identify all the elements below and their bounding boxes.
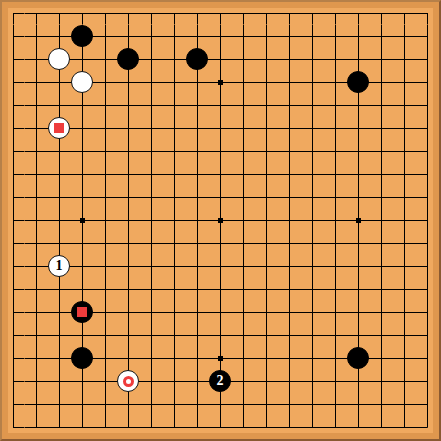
point-J15[interactable] xyxy=(186,94,209,117)
point-P7[interactable] xyxy=(324,278,347,301)
point-C2[interactable] xyxy=(48,393,71,416)
point-D12[interactable] xyxy=(71,163,94,186)
point-L10[interactable] xyxy=(232,209,255,232)
point-R8[interactable] xyxy=(370,255,393,278)
point-O8[interactable] xyxy=(301,255,324,278)
point-J14[interactable] xyxy=(186,117,209,140)
point-N9[interactable] xyxy=(278,232,301,255)
point-J6[interactable] xyxy=(186,301,209,324)
point-E8[interactable] xyxy=(94,255,117,278)
point-T7[interactable] xyxy=(416,278,439,301)
point-L1[interactable] xyxy=(232,416,255,439)
point-L9[interactable] xyxy=(232,232,255,255)
point-D16[interactable] xyxy=(71,71,94,94)
point-E4[interactable] xyxy=(94,347,117,370)
point-T11[interactable] xyxy=(416,186,439,209)
point-B4[interactable] xyxy=(25,347,48,370)
point-B2[interactable] xyxy=(25,393,48,416)
point-P1[interactable] xyxy=(324,416,347,439)
point-F16[interactable] xyxy=(117,71,140,94)
point-H12[interactable] xyxy=(163,163,186,186)
point-A14[interactable] xyxy=(2,117,25,140)
point-N15[interactable] xyxy=(278,94,301,117)
point-E19[interactable] xyxy=(94,2,117,25)
point-Q4[interactable] xyxy=(347,347,370,370)
point-O14[interactable] xyxy=(301,117,324,140)
point-P4[interactable] xyxy=(324,347,347,370)
point-T14[interactable] xyxy=(416,117,439,140)
point-M4[interactable] xyxy=(255,347,278,370)
point-Q16[interactable] xyxy=(347,71,370,94)
point-N2[interactable] xyxy=(278,393,301,416)
point-A7[interactable] xyxy=(2,278,25,301)
point-E3[interactable] xyxy=(94,370,117,393)
point-T5[interactable] xyxy=(416,324,439,347)
point-B17[interactable] xyxy=(25,48,48,71)
point-D17[interactable] xyxy=(71,48,94,71)
point-A18[interactable] xyxy=(2,25,25,48)
point-Q11[interactable] xyxy=(347,186,370,209)
point-J5[interactable] xyxy=(186,324,209,347)
point-B11[interactable] xyxy=(25,186,48,209)
point-S6[interactable] xyxy=(393,301,416,324)
point-F10[interactable] xyxy=(117,209,140,232)
point-G1[interactable] xyxy=(140,416,163,439)
point-C14[interactable] xyxy=(48,117,71,140)
point-M10[interactable] xyxy=(255,209,278,232)
point-F17[interactable] xyxy=(117,48,140,71)
point-P3[interactable] xyxy=(324,370,347,393)
point-R12[interactable] xyxy=(370,163,393,186)
point-P9[interactable] xyxy=(324,232,347,255)
point-R9[interactable] xyxy=(370,232,393,255)
point-S15[interactable] xyxy=(393,94,416,117)
point-C16[interactable] xyxy=(48,71,71,94)
point-K6[interactable] xyxy=(209,301,232,324)
point-A19[interactable] xyxy=(2,2,25,25)
point-J17[interactable] xyxy=(186,48,209,71)
point-E15[interactable] xyxy=(94,94,117,117)
point-Q13[interactable] xyxy=(347,140,370,163)
point-N8[interactable] xyxy=(278,255,301,278)
point-P14[interactable] xyxy=(324,117,347,140)
point-O19[interactable] xyxy=(301,2,324,25)
point-N7[interactable] xyxy=(278,278,301,301)
point-C9[interactable] xyxy=(48,232,71,255)
point-J10[interactable] xyxy=(186,209,209,232)
point-E14[interactable] xyxy=(94,117,117,140)
point-T6[interactable] xyxy=(416,301,439,324)
point-H17[interactable] xyxy=(163,48,186,71)
point-B18[interactable] xyxy=(25,25,48,48)
point-T2[interactable] xyxy=(416,393,439,416)
point-E1[interactable] xyxy=(94,416,117,439)
point-J7[interactable] xyxy=(186,278,209,301)
point-F2[interactable] xyxy=(117,393,140,416)
point-D18[interactable] xyxy=(71,25,94,48)
point-B10[interactable] xyxy=(25,209,48,232)
point-L7[interactable] xyxy=(232,278,255,301)
point-G3[interactable] xyxy=(140,370,163,393)
point-K16[interactable] xyxy=(209,71,232,94)
point-C3[interactable] xyxy=(48,370,71,393)
point-N3[interactable] xyxy=(278,370,301,393)
point-O11[interactable] xyxy=(301,186,324,209)
point-R4[interactable] xyxy=(370,347,393,370)
point-C18[interactable] xyxy=(48,25,71,48)
point-Q7[interactable] xyxy=(347,278,370,301)
point-S2[interactable] xyxy=(393,393,416,416)
point-A2[interactable] xyxy=(2,393,25,416)
point-S10[interactable] xyxy=(393,209,416,232)
point-R13[interactable] xyxy=(370,140,393,163)
point-H4[interactable] xyxy=(163,347,186,370)
point-L16[interactable] xyxy=(232,71,255,94)
point-Q14[interactable] xyxy=(347,117,370,140)
point-F7[interactable] xyxy=(117,278,140,301)
point-C10[interactable] xyxy=(48,209,71,232)
point-K11[interactable] xyxy=(209,186,232,209)
point-J4[interactable] xyxy=(186,347,209,370)
point-T15[interactable] xyxy=(416,94,439,117)
point-M13[interactable] xyxy=(255,140,278,163)
point-N12[interactable] xyxy=(278,163,301,186)
point-L5[interactable] xyxy=(232,324,255,347)
point-R14[interactable] xyxy=(370,117,393,140)
point-B14[interactable] xyxy=(25,117,48,140)
point-R3[interactable] xyxy=(370,370,393,393)
point-F13[interactable] xyxy=(117,140,140,163)
point-E17[interactable] xyxy=(94,48,117,71)
point-F12[interactable] xyxy=(117,163,140,186)
point-N5[interactable] xyxy=(278,324,301,347)
point-L4[interactable] xyxy=(232,347,255,370)
point-D14[interactable] xyxy=(71,117,94,140)
point-N10[interactable] xyxy=(278,209,301,232)
point-E2[interactable] xyxy=(94,393,117,416)
point-R19[interactable] xyxy=(370,2,393,25)
point-E16[interactable] xyxy=(94,71,117,94)
point-E9[interactable] xyxy=(94,232,117,255)
point-H6[interactable] xyxy=(163,301,186,324)
point-L6[interactable] xyxy=(232,301,255,324)
point-Q6[interactable] xyxy=(347,301,370,324)
point-S14[interactable] xyxy=(393,117,416,140)
point-M7[interactable] xyxy=(255,278,278,301)
point-M5[interactable] xyxy=(255,324,278,347)
point-B9[interactable] xyxy=(25,232,48,255)
point-N11[interactable] xyxy=(278,186,301,209)
point-K8[interactable] xyxy=(209,255,232,278)
point-Q15[interactable] xyxy=(347,94,370,117)
point-S13[interactable] xyxy=(393,140,416,163)
point-K4[interactable] xyxy=(209,347,232,370)
point-M11[interactable] xyxy=(255,186,278,209)
point-R11[interactable] xyxy=(370,186,393,209)
point-D2[interactable] xyxy=(71,393,94,416)
point-Q18[interactable] xyxy=(347,25,370,48)
point-B1[interactable] xyxy=(25,416,48,439)
point-E12[interactable] xyxy=(94,163,117,186)
point-C15[interactable] xyxy=(48,94,71,117)
point-P6[interactable] xyxy=(324,301,347,324)
point-G12[interactable] xyxy=(140,163,163,186)
point-H5[interactable] xyxy=(163,324,186,347)
point-E11[interactable] xyxy=(94,186,117,209)
point-H13[interactable] xyxy=(163,140,186,163)
point-D6[interactable] xyxy=(71,301,94,324)
point-N6[interactable] xyxy=(278,301,301,324)
point-L11[interactable] xyxy=(232,186,255,209)
point-O16[interactable] xyxy=(301,71,324,94)
point-A11[interactable] xyxy=(2,186,25,209)
point-S16[interactable] xyxy=(393,71,416,94)
point-S4[interactable] xyxy=(393,347,416,370)
point-H3[interactable] xyxy=(163,370,186,393)
point-N19[interactable] xyxy=(278,2,301,25)
point-P13[interactable] xyxy=(324,140,347,163)
point-T16[interactable] xyxy=(416,71,439,94)
point-G19[interactable] xyxy=(140,2,163,25)
point-F4[interactable] xyxy=(117,347,140,370)
point-F1[interactable] xyxy=(117,416,140,439)
point-T1[interactable] xyxy=(416,416,439,439)
point-O13[interactable] xyxy=(301,140,324,163)
point-E10[interactable] xyxy=(94,209,117,232)
point-O9[interactable] xyxy=(301,232,324,255)
point-P10[interactable] xyxy=(324,209,347,232)
point-O15[interactable] xyxy=(301,94,324,117)
point-G10[interactable] xyxy=(140,209,163,232)
point-R10[interactable] xyxy=(370,209,393,232)
point-L18[interactable] xyxy=(232,25,255,48)
point-J19[interactable] xyxy=(186,2,209,25)
point-O4[interactable] xyxy=(301,347,324,370)
point-F8[interactable] xyxy=(117,255,140,278)
point-Q17[interactable] xyxy=(347,48,370,71)
point-B6[interactable] xyxy=(25,301,48,324)
point-K1[interactable] xyxy=(209,416,232,439)
point-S17[interactable] xyxy=(393,48,416,71)
point-G18[interactable] xyxy=(140,25,163,48)
point-K3[interactable]: 2 xyxy=(209,370,232,393)
point-O17[interactable] xyxy=(301,48,324,71)
point-N4[interactable] xyxy=(278,347,301,370)
point-H15[interactable] xyxy=(163,94,186,117)
point-B16[interactable] xyxy=(25,71,48,94)
point-S5[interactable] xyxy=(393,324,416,347)
point-A4[interactable] xyxy=(2,347,25,370)
point-F19[interactable] xyxy=(117,2,140,25)
point-L14[interactable] xyxy=(232,117,255,140)
point-B7[interactable] xyxy=(25,278,48,301)
point-Q1[interactable] xyxy=(347,416,370,439)
point-A9[interactable] xyxy=(2,232,25,255)
point-S8[interactable] xyxy=(393,255,416,278)
point-S19[interactable] xyxy=(393,2,416,25)
point-A16[interactable] xyxy=(2,71,25,94)
point-T17[interactable] xyxy=(416,48,439,71)
point-P19[interactable] xyxy=(324,2,347,25)
point-R6[interactable] xyxy=(370,301,393,324)
point-K15[interactable] xyxy=(209,94,232,117)
point-J12[interactable] xyxy=(186,163,209,186)
point-T19[interactable] xyxy=(416,2,439,25)
point-A3[interactable] xyxy=(2,370,25,393)
point-M6[interactable] xyxy=(255,301,278,324)
point-S9[interactable] xyxy=(393,232,416,255)
point-H10[interactable] xyxy=(163,209,186,232)
point-T13[interactable] xyxy=(416,140,439,163)
point-G4[interactable] xyxy=(140,347,163,370)
point-G17[interactable] xyxy=(140,48,163,71)
point-D10[interactable] xyxy=(71,209,94,232)
point-T4[interactable] xyxy=(416,347,439,370)
point-Q12[interactable] xyxy=(347,163,370,186)
point-S18[interactable] xyxy=(393,25,416,48)
point-J18[interactable] xyxy=(186,25,209,48)
point-T10[interactable] xyxy=(416,209,439,232)
point-D11[interactable] xyxy=(71,186,94,209)
point-B19[interactable] xyxy=(25,2,48,25)
point-Q2[interactable] xyxy=(347,393,370,416)
point-P18[interactable] xyxy=(324,25,347,48)
point-G6[interactable] xyxy=(140,301,163,324)
point-P16[interactable] xyxy=(324,71,347,94)
point-C1[interactable] xyxy=(48,416,71,439)
point-C17[interactable] xyxy=(48,48,71,71)
point-D15[interactable] xyxy=(71,94,94,117)
point-G7[interactable] xyxy=(140,278,163,301)
point-P5[interactable] xyxy=(324,324,347,347)
point-O1[interactable] xyxy=(301,416,324,439)
point-N18[interactable] xyxy=(278,25,301,48)
point-O5[interactable] xyxy=(301,324,324,347)
point-Q9[interactable] xyxy=(347,232,370,255)
point-J2[interactable] xyxy=(186,393,209,416)
point-N1[interactable] xyxy=(278,416,301,439)
point-S7[interactable] xyxy=(393,278,416,301)
point-A12[interactable] xyxy=(2,163,25,186)
point-O3[interactable] xyxy=(301,370,324,393)
point-Q10[interactable] xyxy=(347,209,370,232)
point-B3[interactable] xyxy=(25,370,48,393)
point-P2[interactable] xyxy=(324,393,347,416)
point-Q3[interactable] xyxy=(347,370,370,393)
point-H8[interactable] xyxy=(163,255,186,278)
point-P15[interactable] xyxy=(324,94,347,117)
point-P17[interactable] xyxy=(324,48,347,71)
point-N17[interactable] xyxy=(278,48,301,71)
point-S3[interactable] xyxy=(393,370,416,393)
point-K18[interactable] xyxy=(209,25,232,48)
point-E18[interactable] xyxy=(94,25,117,48)
point-L2[interactable] xyxy=(232,393,255,416)
point-D19[interactable] xyxy=(71,2,94,25)
point-M16[interactable] xyxy=(255,71,278,94)
point-A17[interactable] xyxy=(2,48,25,71)
point-F5[interactable] xyxy=(117,324,140,347)
point-M18[interactable] xyxy=(255,25,278,48)
point-A1[interactable] xyxy=(2,416,25,439)
point-J16[interactable] xyxy=(186,71,209,94)
point-C12[interactable] xyxy=(48,163,71,186)
point-N16[interactable] xyxy=(278,71,301,94)
point-D5[interactable] xyxy=(71,324,94,347)
point-J13[interactable] xyxy=(186,140,209,163)
point-N13[interactable] xyxy=(278,140,301,163)
point-L19[interactable] xyxy=(232,2,255,25)
point-H16[interactable] xyxy=(163,71,186,94)
point-R17[interactable] xyxy=(370,48,393,71)
point-H18[interactable] xyxy=(163,25,186,48)
point-P12[interactable] xyxy=(324,163,347,186)
point-C4[interactable] xyxy=(48,347,71,370)
point-A5[interactable] xyxy=(2,324,25,347)
point-M8[interactable] xyxy=(255,255,278,278)
point-O10[interactable] xyxy=(301,209,324,232)
point-L8[interactable] xyxy=(232,255,255,278)
point-O2[interactable] xyxy=(301,393,324,416)
point-J8[interactable] xyxy=(186,255,209,278)
point-L13[interactable] xyxy=(232,140,255,163)
point-M12[interactable] xyxy=(255,163,278,186)
point-R2[interactable] xyxy=(370,393,393,416)
point-K12[interactable] xyxy=(209,163,232,186)
point-D13[interactable] xyxy=(71,140,94,163)
point-T18[interactable] xyxy=(416,25,439,48)
point-P11[interactable] xyxy=(324,186,347,209)
point-A13[interactable] xyxy=(2,140,25,163)
point-E5[interactable] xyxy=(94,324,117,347)
point-M14[interactable] xyxy=(255,117,278,140)
point-K7[interactable] xyxy=(209,278,232,301)
point-C5[interactable] xyxy=(48,324,71,347)
point-G11[interactable] xyxy=(140,186,163,209)
point-B15[interactable] xyxy=(25,94,48,117)
point-K9[interactable] xyxy=(209,232,232,255)
point-P8[interactable] xyxy=(324,255,347,278)
point-G13[interactable] xyxy=(140,140,163,163)
point-H1[interactable] xyxy=(163,416,186,439)
point-R16[interactable] xyxy=(370,71,393,94)
point-M17[interactable] xyxy=(255,48,278,71)
point-K17[interactable] xyxy=(209,48,232,71)
point-J3[interactable] xyxy=(186,370,209,393)
point-G9[interactable] xyxy=(140,232,163,255)
point-M1[interactable] xyxy=(255,416,278,439)
point-F18[interactable] xyxy=(117,25,140,48)
point-G8[interactable] xyxy=(140,255,163,278)
point-F6[interactable] xyxy=(117,301,140,324)
point-O6[interactable] xyxy=(301,301,324,324)
point-D8[interactable] xyxy=(71,255,94,278)
point-F9[interactable] xyxy=(117,232,140,255)
point-G16[interactable] xyxy=(140,71,163,94)
point-L15[interactable] xyxy=(232,94,255,117)
point-J11[interactable] xyxy=(186,186,209,209)
point-O12[interactable] xyxy=(301,163,324,186)
point-H2[interactable] xyxy=(163,393,186,416)
point-T3[interactable] xyxy=(416,370,439,393)
point-B13[interactable] xyxy=(25,140,48,163)
point-Q19[interactable] xyxy=(347,2,370,25)
point-L12[interactable] xyxy=(232,163,255,186)
point-D4[interactable] xyxy=(71,347,94,370)
point-K19[interactable] xyxy=(209,2,232,25)
point-A6[interactable] xyxy=(2,301,25,324)
point-H14[interactable] xyxy=(163,117,186,140)
